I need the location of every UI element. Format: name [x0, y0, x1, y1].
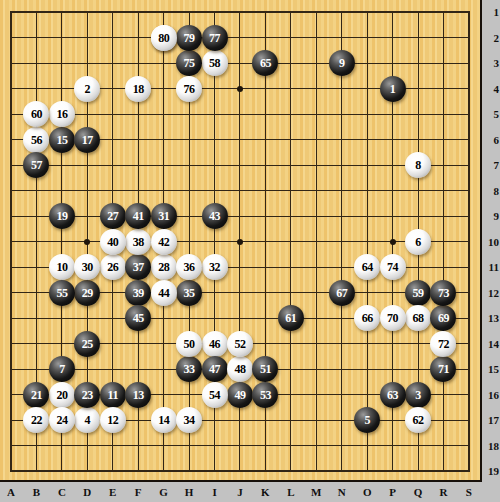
white-stone-2[interactable]: 2: [74, 76, 100, 102]
black-stone-51[interactable]: 51: [252, 356, 278, 382]
col-label-O: O: [358, 486, 376, 498]
black-stone-75[interactable]: 75: [176, 50, 202, 76]
move-number: 37: [133, 261, 144, 273]
move-number: 8: [415, 159, 421, 171]
black-stone-25[interactable]: 25: [74, 331, 100, 357]
black-stone-19[interactable]: 19: [49, 203, 75, 229]
move-number: 79: [184, 32, 195, 44]
move-number: 27: [107, 210, 118, 222]
white-stone-4[interactable]: 4: [74, 407, 100, 433]
white-stone-44[interactable]: 44: [151, 280, 177, 306]
move-number: 72: [438, 338, 449, 350]
move-number: 33: [184, 363, 195, 375]
move-number: 74: [387, 261, 398, 273]
move-number: 26: [107, 261, 118, 273]
move-number: 17: [82, 134, 93, 146]
black-stone-1[interactable]: 1: [380, 76, 406, 102]
row-label-13: 13: [482, 312, 500, 324]
move-number: 62: [413, 414, 424, 426]
move-number: 11: [108, 389, 118, 401]
col-label-S: S: [460, 486, 478, 498]
move-number: 22: [31, 414, 42, 426]
row-label-1: 1: [482, 6, 500, 18]
move-number: 18: [133, 83, 144, 95]
white-stone-14[interactable]: 14: [151, 407, 177, 433]
white-stone-76[interactable]: 76: [176, 76, 202, 102]
move-number: 38: [133, 236, 144, 248]
black-stone-15[interactable]: 15: [49, 127, 75, 153]
move-number: 51: [260, 363, 271, 375]
black-stone-11[interactable]: 11: [100, 382, 126, 408]
move-number: 35: [184, 287, 195, 299]
move-number: 40: [107, 236, 118, 248]
move-number: 67: [336, 287, 347, 299]
col-label-B: B: [27, 486, 45, 498]
col-label-I: I: [206, 486, 224, 498]
go-game-diagram: 1234567891011121314151617181920212223242…: [0, 0, 500, 502]
move-number: 55: [56, 287, 67, 299]
white-stone-24[interactable]: 24: [49, 407, 75, 433]
white-stone-70[interactable]: 70: [380, 305, 406, 331]
move-number: 3: [415, 389, 421, 401]
white-stone-66[interactable]: 66: [354, 305, 380, 331]
move-number: 10: [56, 261, 67, 273]
move-number: 31: [158, 210, 169, 222]
star-point-D10: [84, 239, 90, 245]
move-number: 25: [82, 338, 93, 350]
grid-line-vertical: [367, 11, 368, 472]
row-label-14: 14: [482, 338, 500, 350]
white-stone-42[interactable]: 42: [151, 229, 177, 255]
grid-line-vertical: [468, 11, 470, 472]
white-stone-60[interactable]: 60: [23, 101, 49, 127]
row-label-5: 5: [482, 108, 500, 120]
black-stone-9[interactable]: 9: [329, 50, 355, 76]
move-number: 12: [107, 414, 118, 426]
move-number: 76: [184, 83, 195, 95]
row-label-8: 8: [482, 185, 500, 197]
col-label-L: L: [282, 486, 300, 498]
move-number: 34: [184, 414, 195, 426]
black-stone-41[interactable]: 41: [125, 203, 151, 229]
black-stone-73[interactable]: 73: [430, 280, 456, 306]
move-number: 53: [260, 389, 271, 401]
white-stone-38[interactable]: 38: [125, 229, 151, 255]
white-stone-72[interactable]: 72: [430, 331, 456, 357]
white-stone-50[interactable]: 50: [176, 331, 202, 357]
move-number: 32: [209, 261, 220, 273]
white-stone-56[interactable]: 56: [23, 127, 49, 153]
move-number: 28: [158, 261, 169, 273]
grid-line-vertical: [316, 11, 317, 472]
row-label-6: 6: [482, 134, 500, 146]
white-stone-28[interactable]: 28: [151, 254, 177, 280]
column-coordinate-strip: ABCDEFGHIJKLMNOPQRS: [0, 482, 482, 502]
move-number: 66: [362, 312, 373, 324]
col-label-D: D: [78, 486, 96, 498]
black-stone-55[interactable]: 55: [49, 280, 75, 306]
black-stone-71[interactable]: 71: [430, 356, 456, 382]
white-stone-52[interactable]: 52: [227, 331, 253, 357]
grid-line-vertical: [290, 11, 291, 472]
black-stone-45[interactable]: 45: [125, 305, 151, 331]
black-stone-27[interactable]: 27: [100, 203, 126, 229]
black-stone-31[interactable]: 31: [151, 203, 177, 229]
white-stone-6[interactable]: 6: [405, 229, 431, 255]
black-stone-7[interactable]: 7: [49, 356, 75, 382]
move-number: 57: [31, 159, 42, 171]
move-number: 68: [413, 312, 424, 324]
move-number: 60: [31, 108, 42, 120]
row-coordinate-strip: 12345678910111213141516171819: [482, 0, 500, 482]
col-label-H: H: [180, 486, 198, 498]
move-number: 13: [133, 389, 144, 401]
move-number: 54: [209, 389, 220, 401]
col-label-A: A: [2, 486, 20, 498]
grid-line-horizontal: [10, 445, 470, 446]
move-number: 71: [438, 363, 449, 375]
move-number: 42: [158, 236, 169, 248]
move-number: 70: [387, 312, 398, 324]
white-stone-26[interactable]: 26: [100, 254, 126, 280]
black-stone-23[interactable]: 23: [74, 382, 100, 408]
move-number: 39: [133, 287, 144, 299]
row-label-2: 2: [482, 32, 500, 44]
black-stone-5[interactable]: 5: [354, 407, 380, 433]
col-label-P: P: [384, 486, 402, 498]
white-stone-16[interactable]: 16: [49, 101, 75, 127]
black-stone-13[interactable]: 13: [125, 382, 151, 408]
move-number: 4: [85, 414, 91, 426]
move-number: 61: [285, 312, 296, 324]
col-label-K: K: [256, 486, 274, 498]
move-number: 21: [31, 389, 42, 401]
row-label-3: 3: [482, 57, 500, 69]
move-number: 47: [209, 363, 220, 375]
white-stone-8[interactable]: 8: [405, 152, 431, 178]
move-number: 63: [387, 389, 398, 401]
row-label-4: 4: [482, 83, 500, 95]
col-label-E: E: [104, 486, 122, 498]
white-stone-32[interactable]: 32: [202, 254, 228, 280]
move-number: 80: [158, 32, 169, 44]
move-number: 1: [390, 83, 396, 95]
black-stone-47[interactable]: 47: [202, 356, 228, 382]
white-stone-10[interactable]: 10: [49, 254, 75, 280]
go-board[interactable]: 1234567891011121314151617181920212223242…: [0, 0, 482, 482]
move-number: 45: [133, 312, 144, 324]
grid-line-horizontal: [10, 470, 470, 472]
white-stone-40[interactable]: 40: [100, 229, 126, 255]
row-label-18: 18: [482, 440, 500, 452]
move-number: 15: [56, 134, 67, 146]
move-number: 14: [158, 414, 169, 426]
black-stone-63[interactable]: 63: [380, 382, 406, 408]
move-number: 6: [415, 236, 421, 248]
black-stone-39[interactable]: 39: [125, 280, 151, 306]
black-stone-29[interactable]: 29: [74, 280, 100, 306]
grid-line-vertical: [443, 11, 444, 472]
move-number: 16: [56, 108, 67, 120]
move-number: 2: [85, 83, 91, 95]
row-label-7: 7: [482, 159, 500, 171]
move-number: 69: [438, 312, 449, 324]
white-stone-64[interactable]: 64: [354, 254, 380, 280]
move-number: 7: [59, 363, 65, 375]
move-number: 59: [413, 287, 424, 299]
row-label-17: 17: [482, 414, 500, 426]
white-stone-62[interactable]: 62: [405, 407, 431, 433]
move-number: 36: [184, 261, 195, 273]
black-stone-3[interactable]: 3: [405, 382, 431, 408]
col-label-J: J: [231, 486, 249, 498]
black-stone-69[interactable]: 69: [430, 305, 456, 331]
white-stone-48[interactable]: 48: [227, 356, 253, 382]
move-number: 30: [82, 261, 93, 273]
row-label-19: 19: [482, 465, 500, 477]
move-number: 75: [184, 57, 195, 69]
move-number: 56: [31, 134, 42, 146]
white-stone-34[interactable]: 34: [176, 407, 202, 433]
star-point-J4: [237, 86, 243, 92]
star-point-J10: [237, 239, 243, 245]
black-stone-65[interactable]: 65: [252, 50, 278, 76]
black-stone-17[interactable]: 17: [74, 127, 100, 153]
move-number: 49: [234, 389, 245, 401]
white-stone-18[interactable]: 18: [125, 76, 151, 102]
black-stone-61[interactable]: 61: [278, 305, 304, 331]
move-number: 41: [133, 210, 144, 222]
move-number: 65: [260, 57, 271, 69]
row-label-12: 12: [482, 287, 500, 299]
corner-strip: [482, 482, 500, 502]
col-label-Q: Q: [409, 486, 427, 498]
move-number: 73: [438, 287, 449, 299]
col-label-F: F: [129, 486, 147, 498]
move-number: 48: [234, 363, 245, 375]
move-number: 58: [209, 57, 220, 69]
white-stone-80[interactable]: 80: [151, 25, 177, 51]
move-number: 5: [364, 414, 370, 426]
black-stone-57[interactable]: 57: [23, 152, 49, 178]
black-stone-49[interactable]: 49: [227, 382, 253, 408]
white-stone-30[interactable]: 30: [74, 254, 100, 280]
white-stone-12[interactable]: 12: [100, 407, 126, 433]
black-stone-21[interactable]: 21: [23, 382, 49, 408]
black-stone-33[interactable]: 33: [176, 356, 202, 382]
black-stone-79[interactable]: 79: [176, 25, 202, 51]
move-number: 43: [209, 210, 220, 222]
white-stone-58[interactable]: 58: [202, 50, 228, 76]
move-number: 24: [56, 414, 67, 426]
row-label-15: 15: [482, 363, 500, 375]
move-number: 20: [56, 389, 67, 401]
white-stone-46[interactable]: 46: [202, 331, 228, 357]
row-label-9: 9: [482, 210, 500, 222]
move-number: 29: [82, 287, 93, 299]
col-label-C: C: [53, 486, 71, 498]
row-label-11: 11: [482, 261, 500, 273]
move-number: 77: [209, 32, 220, 44]
row-label-16: 16: [482, 389, 500, 401]
col-label-N: N: [333, 486, 351, 498]
move-number: 50: [184, 338, 195, 350]
black-stone-59[interactable]: 59: [405, 280, 431, 306]
white-stone-74[interactable]: 74: [380, 254, 406, 280]
move-number: 52: [234, 338, 245, 350]
black-stone-37[interactable]: 37: [125, 254, 151, 280]
col-label-M: M: [307, 486, 325, 498]
white-stone-54[interactable]: 54: [202, 382, 228, 408]
star-point-P10: [390, 239, 396, 245]
white-stone-20[interactable]: 20: [49, 382, 75, 408]
black-stone-43[interactable]: 43: [202, 203, 228, 229]
row-label-10: 10: [482, 236, 500, 248]
move-number: 64: [362, 261, 373, 273]
white-stone-22[interactable]: 22: [23, 407, 49, 433]
move-number: 19: [56, 210, 67, 222]
black-stone-77[interactable]: 77: [202, 25, 228, 51]
move-number: 44: [158, 287, 169, 299]
move-number: 9: [339, 57, 345, 69]
col-label-G: G: [155, 486, 173, 498]
black-stone-67[interactable]: 67: [329, 280, 355, 306]
move-number: 46: [209, 338, 220, 350]
black-stone-53[interactable]: 53: [252, 382, 278, 408]
black-stone-35[interactable]: 35: [176, 280, 202, 306]
col-label-R: R: [434, 486, 452, 498]
white-stone-68[interactable]: 68: [405, 305, 431, 331]
white-stone-36[interactable]: 36: [176, 254, 202, 280]
grid-line-vertical: [341, 11, 342, 472]
move-number: 23: [82, 389, 93, 401]
